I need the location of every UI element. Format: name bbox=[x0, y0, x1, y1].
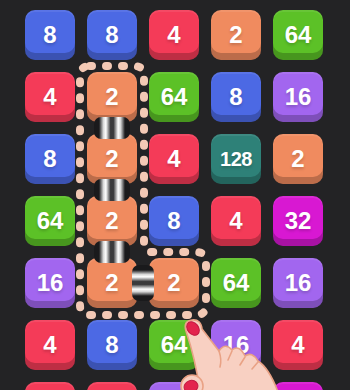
tile-r2c5[interactable]: 16 bbox=[273, 72, 323, 122]
tile-r6c3[interactable]: 64 bbox=[149, 320, 199, 370]
chain-link bbox=[94, 241, 130, 263]
tile-r2c4[interactable]: 8 bbox=[211, 72, 261, 122]
game-screen: 8842644264816824128264284321622641648641… bbox=[0, 0, 350, 390]
tile-r3c2-selected[interactable]: 2 bbox=[87, 134, 137, 184]
tile-r1c5[interactable]: 64 bbox=[273, 10, 323, 60]
tile-r3c1[interactable]: 8 bbox=[25, 134, 75, 184]
tile-r2c1[interactable]: 4 bbox=[25, 72, 75, 122]
game-board: 8842644264816824128264284321622641648641… bbox=[0, 0, 350, 390]
tile-r3c3[interactable]: 4 bbox=[149, 134, 199, 184]
chain-link bbox=[132, 265, 154, 301]
tile-r3c5[interactable]: 2 bbox=[273, 134, 323, 184]
chain-link bbox=[94, 117, 130, 139]
tile-r4c4[interactable]: 4 bbox=[211, 196, 261, 246]
tile-r3c4[interactable]: 128 bbox=[211, 134, 261, 184]
tile-r6c4[interactable]: 16 bbox=[211, 320, 261, 370]
tile-r5c2-selected[interactable]: 2 bbox=[87, 258, 137, 308]
tile-r5c4[interactable]: 64 bbox=[211, 258, 261, 308]
tile-partial-c1 bbox=[25, 382, 75, 390]
tile-r4c3[interactable]: 8 bbox=[149, 196, 199, 246]
tile-partial-c3 bbox=[149, 382, 199, 390]
tile-r1c3[interactable]: 4 bbox=[149, 10, 199, 60]
tile-r1c2[interactable]: 8 bbox=[87, 10, 137, 60]
tile-partial-c5 bbox=[273, 382, 323, 390]
tile-r6c5[interactable]: 4 bbox=[273, 320, 323, 370]
tile-r4c1[interactable]: 64 bbox=[25, 196, 75, 246]
tile-r4c5[interactable]: 32 bbox=[273, 196, 323, 246]
chain-link bbox=[94, 179, 130, 201]
tile-r5c3-selected[interactable]: 2 bbox=[149, 258, 199, 308]
tile-r1c4[interactable]: 2 bbox=[211, 10, 261, 60]
tile-r5c1[interactable]: 16 bbox=[25, 258, 75, 308]
tile-r6c1[interactable]: 4 bbox=[25, 320, 75, 370]
tile-r2c3[interactable]: 64 bbox=[149, 72, 199, 122]
tile-r1c1[interactable]: 8 bbox=[25, 10, 75, 60]
tile-r6c2[interactable]: 8 bbox=[87, 320, 137, 370]
tile-partial-c2 bbox=[87, 382, 137, 390]
tile-r4c2-selected[interactable]: 2 bbox=[87, 196, 137, 246]
tile-r5c5[interactable]: 16 bbox=[273, 258, 323, 308]
tile-r2c2-selected[interactable]: 2 bbox=[87, 72, 137, 122]
